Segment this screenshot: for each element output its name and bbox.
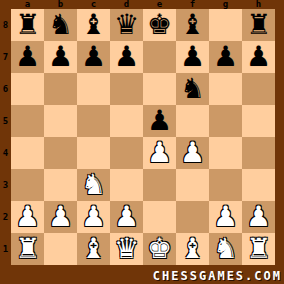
rank-label-7: 7 [0, 41, 11, 73]
piece-white-knight[interactable]: ♞ [209, 233, 242, 265]
square-b1[interactable] [44, 233, 77, 265]
piece-black-pawn[interactable]: ♟ [44, 41, 77, 73]
square-d5[interactable] [110, 105, 143, 137]
piece-black-pawn[interactable]: ♟ [11, 41, 44, 73]
square-a4[interactable] [11, 137, 44, 169]
file-label-g: g [209, 0, 242, 9]
square-c5[interactable] [77, 105, 110, 137]
square-d8[interactable]: ♛ [110, 9, 143, 41]
chess-diagram: { "game": "chess", "position": { "fen": … [0, 0, 284, 284]
square-f4[interactable]: ♟ [176, 137, 209, 169]
square-c4[interactable] [77, 137, 110, 169]
piece-black-bishop[interactable]: ♝ [176, 9, 209, 41]
piece-white-pawn[interactable]: ♟ [77, 201, 110, 233]
square-g8[interactable] [209, 9, 242, 41]
piece-black-knight[interactable]: ♞ [176, 73, 209, 105]
rank-label-6: 6 [0, 73, 11, 105]
square-a8[interactable]: ♜ [11, 9, 44, 41]
piece-black-pawn[interactable]: ♟ [242, 41, 275, 73]
piece-white-queen[interactable]: ♛ [110, 233, 143, 265]
piece-black-pawn[interactable]: ♟ [77, 41, 110, 73]
square-a5[interactable] [11, 105, 44, 137]
square-c2[interactable]: ♟ [77, 201, 110, 233]
piece-black-pawn[interactable]: ♟ [143, 105, 176, 137]
chess-board: ♜♞♝♛♚♝♜♟♟♟♟♟♟♟♞♟♟♟♞♟♟♟♟♟♟♜♝♛♚♝♞♜ [11, 9, 275, 265]
square-f7[interactable]: ♟ [176, 41, 209, 73]
piece-white-pawn[interactable]: ♟ [143, 137, 176, 169]
square-g5[interactable] [209, 105, 242, 137]
square-b8[interactable]: ♞ [44, 9, 77, 41]
square-g2[interactable]: ♟ [209, 201, 242, 233]
square-c3[interactable]: ♞ [77, 169, 110, 201]
piece-white-pawn[interactable]: ♟ [242, 201, 275, 233]
rank-label-2: 2 [0, 201, 11, 233]
square-g1[interactable]: ♞ [209, 233, 242, 265]
square-f2[interactable] [176, 201, 209, 233]
square-c6[interactable] [77, 73, 110, 105]
piece-black-queen[interactable]: ♛ [110, 9, 143, 41]
piece-white-pawn[interactable]: ♟ [209, 201, 242, 233]
square-c7[interactable]: ♟ [77, 41, 110, 73]
square-c1[interactable]: ♝ [77, 233, 110, 265]
square-f1[interactable]: ♝ [176, 233, 209, 265]
piece-white-rook[interactable]: ♜ [242, 233, 275, 265]
piece-black-pawn[interactable]: ♟ [176, 41, 209, 73]
piece-black-pawn[interactable]: ♟ [110, 41, 143, 73]
square-b3[interactable] [44, 169, 77, 201]
square-h6[interactable] [242, 73, 275, 105]
piece-white-pawn[interactable]: ♟ [110, 201, 143, 233]
piece-white-pawn[interactable]: ♟ [44, 201, 77, 233]
square-h8[interactable]: ♜ [242, 9, 275, 41]
square-a6[interactable] [11, 73, 44, 105]
square-b6[interactable] [44, 73, 77, 105]
square-h7[interactable]: ♟ [242, 41, 275, 73]
square-h3[interactable] [242, 169, 275, 201]
rank-label-4: 4 [0, 137, 11, 169]
piece-black-king[interactable]: ♚ [143, 9, 176, 41]
square-a1[interactable]: ♜ [11, 233, 44, 265]
rank-label-3: 3 [0, 169, 11, 201]
square-h1[interactable]: ♜ [242, 233, 275, 265]
square-f8[interactable]: ♝ [176, 9, 209, 41]
watermark-text: CHESSGAMES.COM [153, 269, 282, 283]
rank-label-8: 8 [0, 9, 11, 41]
piece-black-bishop[interactable]: ♝ [77, 9, 110, 41]
square-a2[interactable]: ♟ [11, 201, 44, 233]
piece-black-rook[interactable]: ♜ [242, 9, 275, 41]
piece-white-pawn[interactable]: ♟ [11, 201, 44, 233]
square-d3[interactable] [110, 169, 143, 201]
square-e2[interactable] [143, 201, 176, 233]
square-f5[interactable] [176, 105, 209, 137]
square-g6[interactable] [209, 73, 242, 105]
piece-white-pawn[interactable]: ♟ [176, 137, 209, 169]
square-e1[interactable]: ♚ [143, 233, 176, 265]
rank-labels: 87654321 [0, 9, 11, 265]
square-g7[interactable]: ♟ [209, 41, 242, 73]
piece-black-rook[interactable]: ♜ [11, 9, 44, 41]
square-e4[interactable]: ♟ [143, 137, 176, 169]
square-b7[interactable]: ♟ [44, 41, 77, 73]
square-e7[interactable] [143, 41, 176, 73]
square-g4[interactable] [209, 137, 242, 169]
piece-white-bishop[interactable]: ♝ [77, 233, 110, 265]
square-b2[interactable]: ♟ [44, 201, 77, 233]
square-d7[interactable]: ♟ [110, 41, 143, 73]
square-h4[interactable] [242, 137, 275, 169]
piece-black-pawn[interactable]: ♟ [209, 41, 242, 73]
square-d6[interactable] [110, 73, 143, 105]
rank-label-1: 1 [0, 233, 11, 265]
square-h2[interactable]: ♟ [242, 201, 275, 233]
square-g3[interactable] [209, 169, 242, 201]
square-f6[interactable]: ♞ [176, 73, 209, 105]
piece-white-knight[interactable]: ♞ [77, 169, 110, 201]
square-e3[interactable] [143, 169, 176, 201]
square-d4[interactable] [110, 137, 143, 169]
square-a7[interactable]: ♟ [11, 41, 44, 73]
rank-label-5: 5 [0, 105, 11, 137]
piece-white-king[interactable]: ♚ [143, 233, 176, 265]
square-d2[interactable]: ♟ [110, 201, 143, 233]
square-b5[interactable] [44, 105, 77, 137]
piece-black-knight[interactable]: ♞ [44, 9, 77, 41]
square-h5[interactable] [242, 105, 275, 137]
square-a3[interactable] [11, 169, 44, 201]
square-e5[interactable]: ♟ [143, 105, 176, 137]
square-e8[interactable]: ♚ [143, 9, 176, 41]
piece-white-bishop[interactable]: ♝ [176, 233, 209, 265]
square-e6[interactable] [143, 73, 176, 105]
square-f3[interactable] [176, 169, 209, 201]
piece-white-rook[interactable]: ♜ [11, 233, 44, 265]
square-b4[interactable] [44, 137, 77, 169]
square-d1[interactable]: ♛ [110, 233, 143, 265]
square-c8[interactable]: ♝ [77, 9, 110, 41]
